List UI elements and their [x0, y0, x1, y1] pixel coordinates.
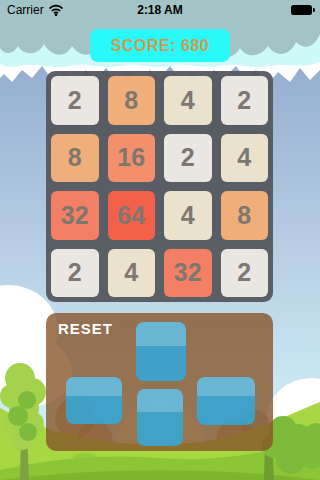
- tile-r3c4: 8: [221, 191, 269, 240]
- game-board[interactable]: 28428162432644824322: [46, 71, 273, 302]
- battery-icon: [291, 5, 315, 15]
- score-text: SCORE: 680: [111, 37, 209, 55]
- swipe-up-button[interactable]: [136, 322, 186, 381]
- tile-r2c1: 8: [51, 134, 99, 183]
- tile-r3c2: 64: [108, 191, 156, 240]
- tile-r4c2: 4: [108, 249, 156, 298]
- tile-r2c3: 2: [164, 134, 212, 183]
- score-display: SCORE: 680: [90, 29, 230, 62]
- reset-button[interactable]: RESET: [58, 320, 113, 337]
- tile-r4c4: 2: [221, 249, 269, 298]
- tile-r3c3: 4: [164, 191, 212, 240]
- status-bar: 2:18 AM Carrier: [0, 0, 320, 20]
- tile-r1c2: 8: [108, 76, 156, 125]
- app-screen: 2:18 AM Carrier SCORE: 680 2842816243264…: [0, 0, 320, 480]
- tile-r2c4: 4: [221, 134, 269, 183]
- control-panel: RESET: [46, 313, 273, 451]
- swipe-left-button[interactable]: [66, 377, 122, 424]
- tile-r2c2: 16: [108, 134, 156, 183]
- tile-r1c3: 4: [164, 76, 212, 125]
- swipe-right-button[interactable]: [197, 377, 255, 425]
- swipe-down-button[interactable]: [137, 389, 183, 446]
- tile-r3c1: 32: [51, 191, 99, 240]
- clock-label: 2:18 AM: [0, 3, 320, 17]
- tile-r1c1: 2: [51, 76, 99, 125]
- tile-r4c3: 32: [164, 249, 212, 298]
- tile-r4c1: 2: [51, 249, 99, 298]
- tile-r1c4: 2: [221, 76, 269, 125]
